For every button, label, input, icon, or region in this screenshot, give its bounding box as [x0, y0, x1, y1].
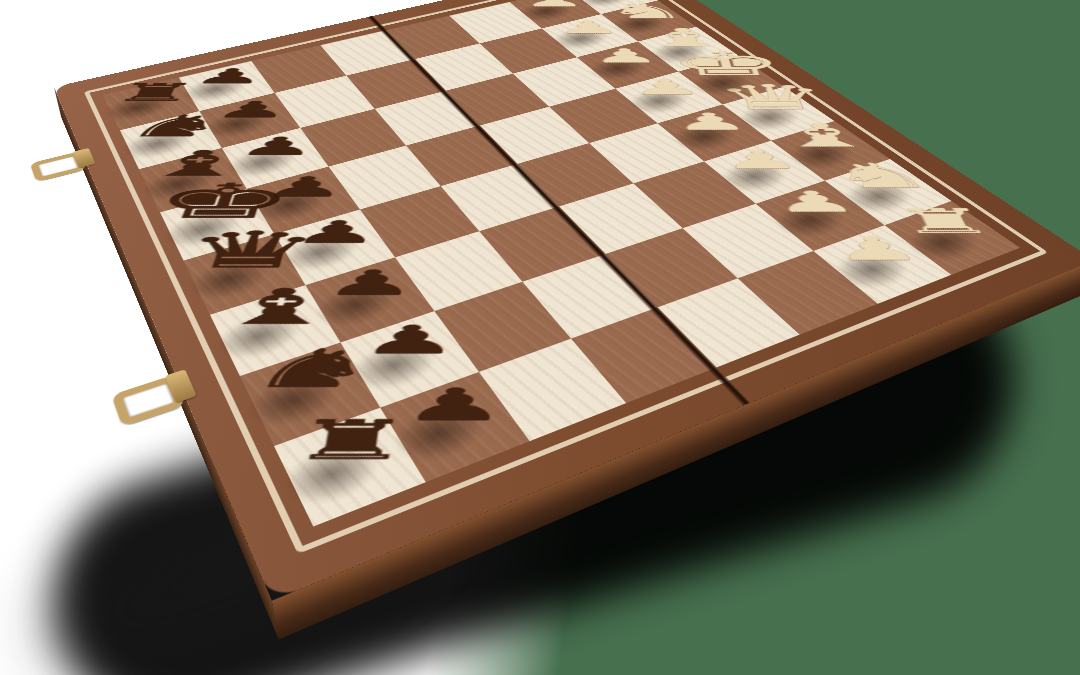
- white-pawn-icon: ♟: [591, 47, 662, 65]
- black-knight-icon: ♞: [121, 112, 230, 141]
- latch-loop: [111, 375, 186, 427]
- white-pawn-icon: ♟: [556, 19, 623, 36]
- perspective-stage: ♜♞♝♛♚♝♞♜♟♟♟♟♟♟♟♟♟♟♟♟♟♟♟♟♜♞♝♛♚♝♞♜: [0, 0, 1080, 675]
- black-pawn-icon: ♟: [190, 67, 268, 87]
- white-pawn-icon: ♟: [523, 0, 586, 9]
- product-photo-chess-set: ♜♞♝♛♚♝♞♜♟♟♟♟♟♟♟♟♟♟♟♟♟♟♟♟♜♞♝♛♚♝♞♜: [0, 0, 1080, 675]
- white-pawn-icon: ♟: [629, 77, 704, 97]
- white-pawn-icon: ♟: [671, 111, 751, 133]
- latch-plate: [73, 148, 96, 168]
- black-rook-icon: ♜: [109, 81, 202, 104]
- chess-board: ♜♞♝♛♚♝♞♜♟♟♟♟♟♟♟♟♟♟♟♟♟♟♟♟♜♞♝♛♚♝♞♜: [54, 0, 1080, 601]
